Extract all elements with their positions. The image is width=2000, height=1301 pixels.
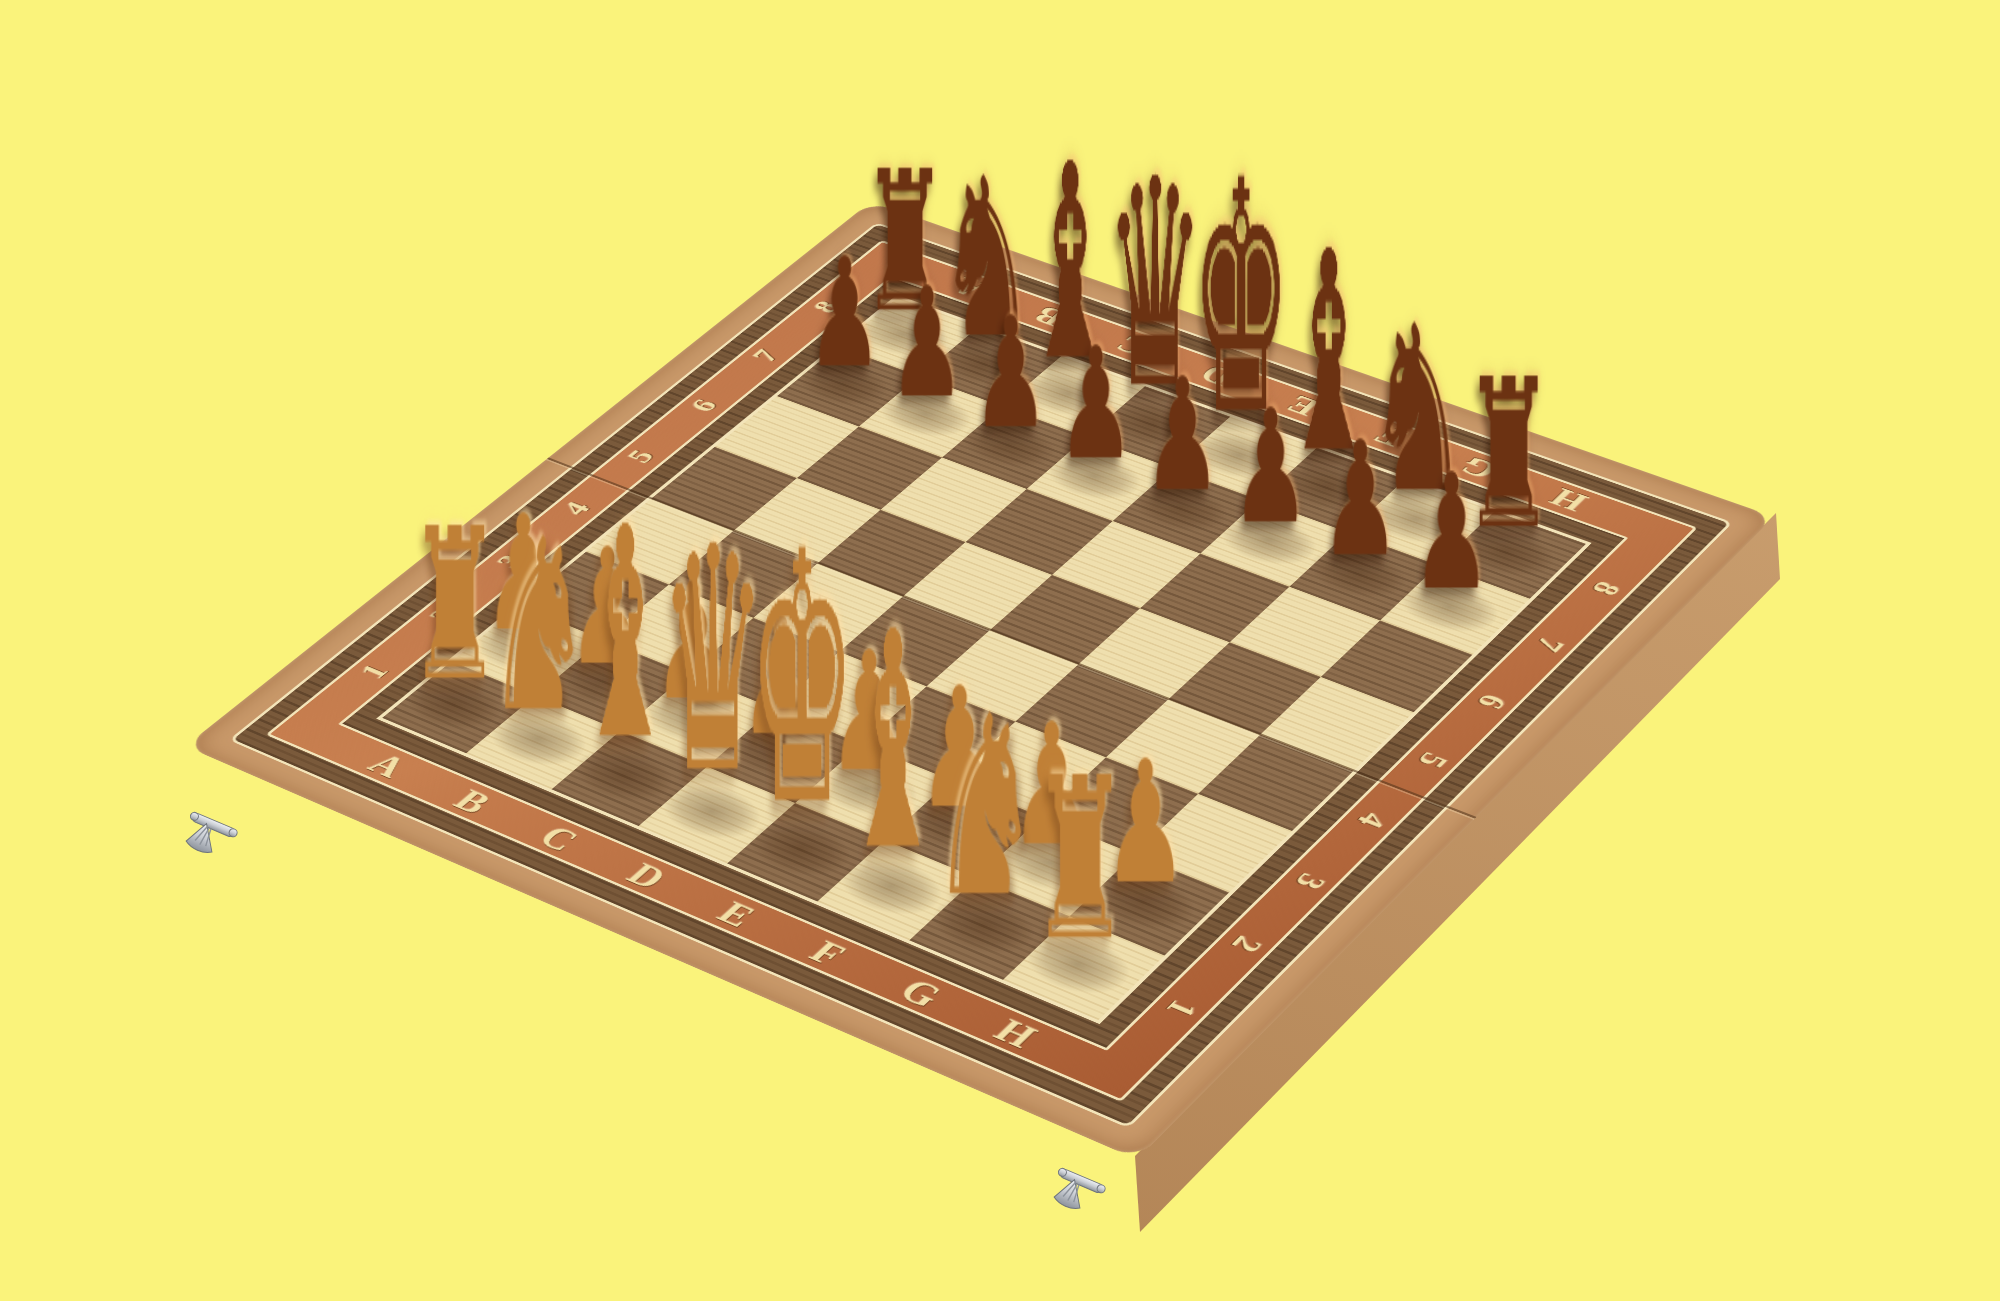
white-rook-glyph: ♜ — [906, 748, 1255, 971]
black-pawn-glyph: ♟ — [1289, 453, 1614, 613]
photo-scene: AA11BB22CC33DD44EE55FF66GG77HH88♜♞♝♛♚♝♞♜… — [0, 0, 2000, 1301]
chess-board[interactable]: AA11BB22CC33DD44EE55FF66GG77HH88♜♞♝♛♚♝♞♜… — [185, 202, 1774, 1160]
